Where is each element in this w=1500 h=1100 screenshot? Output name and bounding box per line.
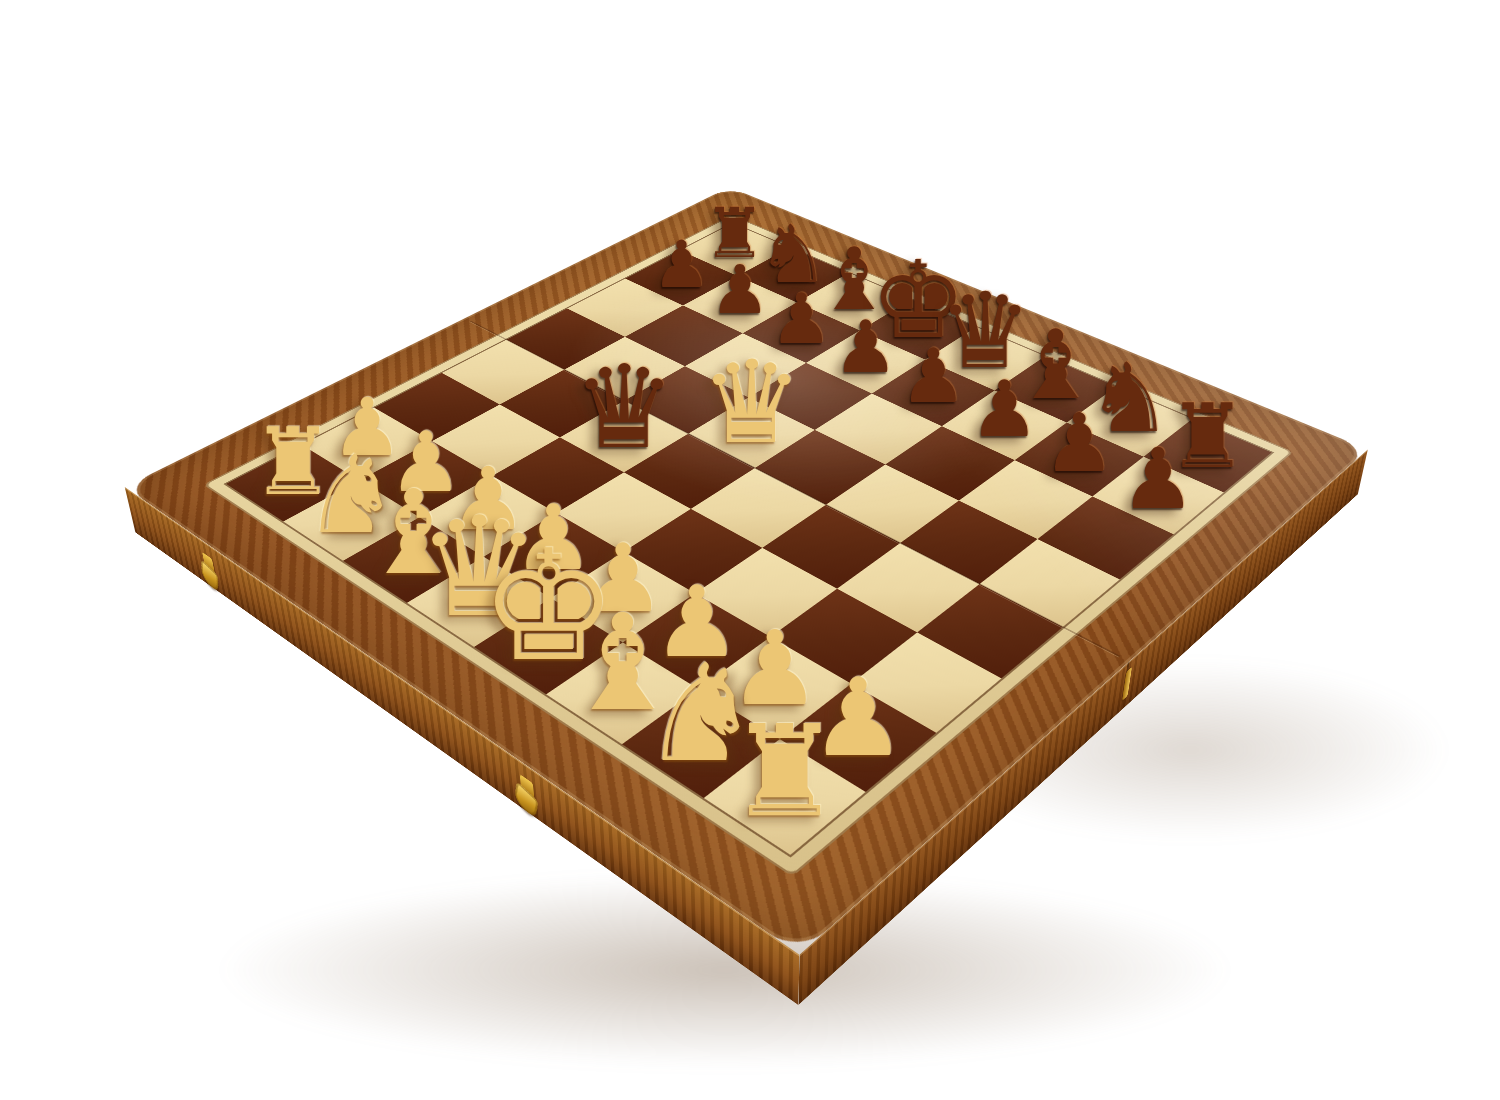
square-g3 [770, 588, 917, 683]
square-h4 [917, 584, 1063, 678]
square-e1 [474, 598, 623, 694]
square-e4 [691, 468, 825, 547]
square-d1 [407, 556, 552, 647]
square-c2 [420, 476, 556, 556]
square-g5 [900, 500, 1037, 583]
square-f1 [546, 642, 699, 744]
square-g4 [837, 543, 979, 632]
square-h2 [780, 683, 937, 791]
square-c1 [343, 517, 484, 603]
brass-latch [510, 767, 546, 828]
square-h7 [1092, 456, 1224, 534]
square-g1 [622, 689, 780, 798]
square-h1 [703, 738, 866, 854]
square-f4 [762, 504, 900, 588]
square-g6 [959, 460, 1092, 538]
square-d2 [484, 513, 624, 598]
square-g2 [699, 637, 851, 739]
square-b1 [283, 480, 420, 561]
square-h5 [979, 539, 1120, 627]
square-f5 [826, 464, 960, 543]
brass-hinge [1122, 667, 1132, 701]
square-e3 [623, 509, 762, 593]
product-photo: ♜♞♝♚♛♝♞♜♟♟♟♟♟♟♟♟♛♛♟♟♟♟♟♟♟♟♜♞♝♛♚♝♞♜ [0, 0, 1500, 1100]
square-f2 [623, 593, 771, 689]
square-h3 [851, 632, 1002, 733]
square-e2 [551, 552, 695, 642]
square-d3 [556, 472, 691, 552]
square-h6 [1037, 496, 1173, 579]
square-f3 [695, 547, 838, 636]
